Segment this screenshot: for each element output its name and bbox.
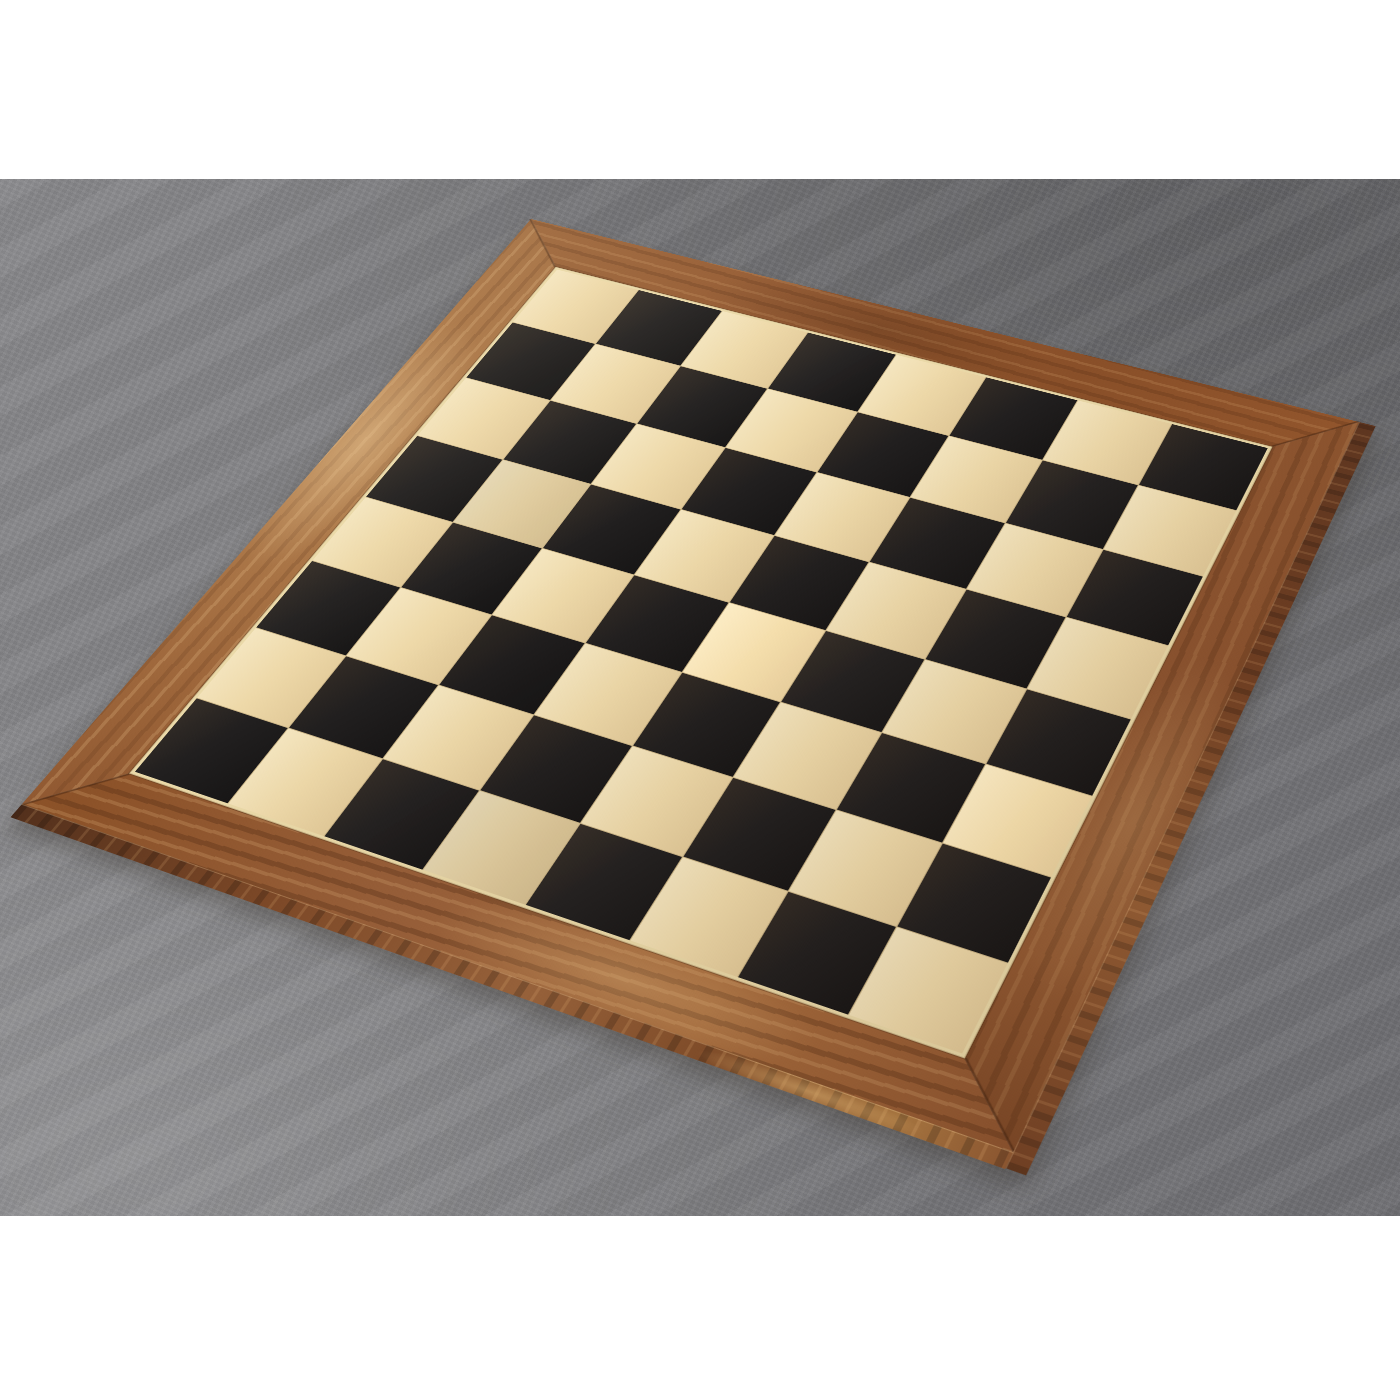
letterbox-bottom [0,1216,1400,1400]
product-photo-canvas [0,0,1400,1400]
letterbox-top [0,0,1400,179]
